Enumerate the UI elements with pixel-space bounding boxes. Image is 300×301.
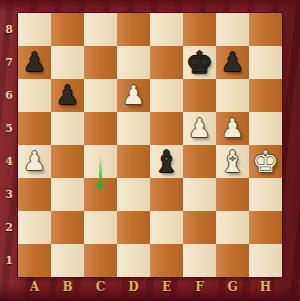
black-bishop[interactable]: ♝: [150, 145, 183, 178]
white-bishop[interactable]: ♝: [216, 145, 249, 178]
square-d1[interactable]: [117, 244, 150, 277]
black-pawn[interactable]: ♟: [18, 46, 51, 79]
black-pawn[interactable]: ♟: [51, 79, 84, 112]
rank-labels: 87654321: [0, 13, 18, 277]
black-king[interactable]: ♚: [183, 46, 216, 79]
square-c2[interactable]: [84, 211, 117, 244]
file-label-b: B: [51, 277, 84, 301]
square-d7[interactable]: [117, 46, 150, 79]
square-h3[interactable]: [249, 178, 282, 211]
square-f7[interactable]: ♚: [183, 46, 216, 79]
square-h2[interactable]: [249, 211, 282, 244]
file-labels: ABCDEFGH: [18, 277, 282, 301]
square-c5[interactable]: [84, 112, 117, 145]
white-pawn[interactable]: ♟: [183, 112, 216, 145]
square-b7[interactable]: [51, 46, 84, 79]
square-h6[interactable]: [249, 79, 282, 112]
square-f2[interactable]: [183, 211, 216, 244]
square-f6[interactable]: [183, 79, 216, 112]
square-g5[interactable]: ♟: [216, 112, 249, 145]
square-e8[interactable]: [150, 13, 183, 46]
square-f8[interactable]: [183, 13, 216, 46]
square-h8[interactable]: [249, 13, 282, 46]
square-d3[interactable]: [117, 178, 150, 211]
square-f5[interactable]: ♟: [183, 112, 216, 145]
rank-label-8: 8: [0, 13, 18, 46]
rank-label-6: 6: [0, 79, 18, 112]
file-label-a: A: [18, 277, 51, 301]
rank-label-7: 7: [0, 46, 18, 79]
white-pawn[interactable]: ♟: [216, 112, 249, 145]
square-f3[interactable]: [183, 178, 216, 211]
square-a8[interactable]: [18, 13, 51, 46]
square-e5[interactable]: [150, 112, 183, 145]
square-e7[interactable]: [150, 46, 183, 79]
square-e2[interactable]: [150, 211, 183, 244]
square-e4[interactable]: ♝: [150, 145, 183, 178]
file-label-d: D: [117, 277, 150, 301]
square-d4[interactable]: [117, 145, 150, 178]
square-c1[interactable]: [84, 244, 117, 277]
rank-label-5: 5: [0, 112, 18, 145]
white-pawn[interactable]: ♟: [18, 145, 51, 178]
square-c7[interactable]: [84, 46, 117, 79]
white-pawn[interactable]: ♟: [117, 79, 150, 112]
square-h4[interactable]: ♚: [249, 145, 282, 178]
square-g4[interactable]: ♝: [216, 145, 249, 178]
file-label-h: H: [249, 277, 282, 301]
file-label-g: G: [216, 277, 249, 301]
chess-board[interactable]: ♟♚♟♟♟♟♟♟♝♝♚: [18, 13, 282, 277]
square-b6[interactable]: ♟: [51, 79, 84, 112]
square-f4[interactable]: [183, 145, 216, 178]
square-g1[interactable]: [216, 244, 249, 277]
square-f1[interactable]: [183, 244, 216, 277]
square-a1[interactable]: [18, 244, 51, 277]
square-e1[interactable]: [150, 244, 183, 277]
square-h7[interactable]: [249, 46, 282, 79]
square-h1[interactable]: [249, 244, 282, 277]
square-g8[interactable]: [216, 13, 249, 46]
square-b3[interactable]: [51, 178, 84, 211]
square-g2[interactable]: [216, 211, 249, 244]
square-a5[interactable]: [18, 112, 51, 145]
square-b5[interactable]: [51, 112, 84, 145]
square-d6[interactable]: ♟: [117, 79, 150, 112]
square-c3[interactable]: [84, 178, 117, 211]
square-d5[interactable]: [117, 112, 150, 145]
rank-label-4: 4: [0, 145, 18, 178]
rank-label-2: 2: [0, 211, 18, 244]
square-h5[interactable]: [249, 112, 282, 145]
square-g6[interactable]: [216, 79, 249, 112]
square-g3[interactable]: [216, 178, 249, 211]
square-a4[interactable]: ♟: [18, 145, 51, 178]
square-a6[interactable]: [18, 79, 51, 112]
black-pawn[interactable]: ♟: [216, 46, 249, 79]
square-b4[interactable]: [51, 145, 84, 178]
square-b8[interactable]: [51, 13, 84, 46]
file-label-c: C: [84, 277, 117, 301]
square-a2[interactable]: [18, 211, 51, 244]
square-c6[interactable]: [84, 79, 117, 112]
file-label-f: F: [183, 277, 216, 301]
square-c8[interactable]: [84, 13, 117, 46]
rank-label-1: 1: [0, 244, 18, 277]
chess-board-frame: 87654321 ♟♚♟♟♟♟♟♟♝♝♚ ABCDEFGH: [0, 0, 300, 301]
square-d8[interactable]: [117, 13, 150, 46]
square-e6[interactable]: [150, 79, 183, 112]
square-e3[interactable]: [150, 178, 183, 211]
white-king[interactable]: ♚: [249, 145, 282, 178]
square-g7[interactable]: ♟: [216, 46, 249, 79]
square-d2[interactable]: [117, 211, 150, 244]
square-b2[interactable]: [51, 211, 84, 244]
rank-label-3: 3: [0, 178, 18, 211]
square-a7[interactable]: ♟: [18, 46, 51, 79]
square-b1[interactable]: [51, 244, 84, 277]
file-label-e: E: [150, 277, 183, 301]
square-a3[interactable]: [18, 178, 51, 211]
square-c4[interactable]: [84, 145, 117, 178]
